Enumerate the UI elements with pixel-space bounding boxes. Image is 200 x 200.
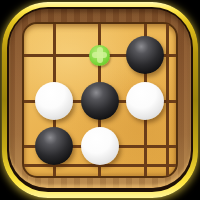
stone-black-2[interactable] bbox=[81, 82, 119, 120]
move-marker-green[interactable] bbox=[89, 45, 110, 66]
stone-white-2[interactable] bbox=[126, 82, 164, 120]
marker-cross-v bbox=[97, 47, 103, 63]
go-board[interactable] bbox=[22, 22, 178, 178]
stone-white-1[interactable] bbox=[35, 82, 73, 120]
stone-white-3[interactable] bbox=[81, 127, 119, 165]
stone-black-1[interactable] bbox=[126, 36, 164, 74]
app-icon-glow-ring bbox=[2, 2, 198, 198]
stone-black-3[interactable] bbox=[35, 127, 73, 165]
